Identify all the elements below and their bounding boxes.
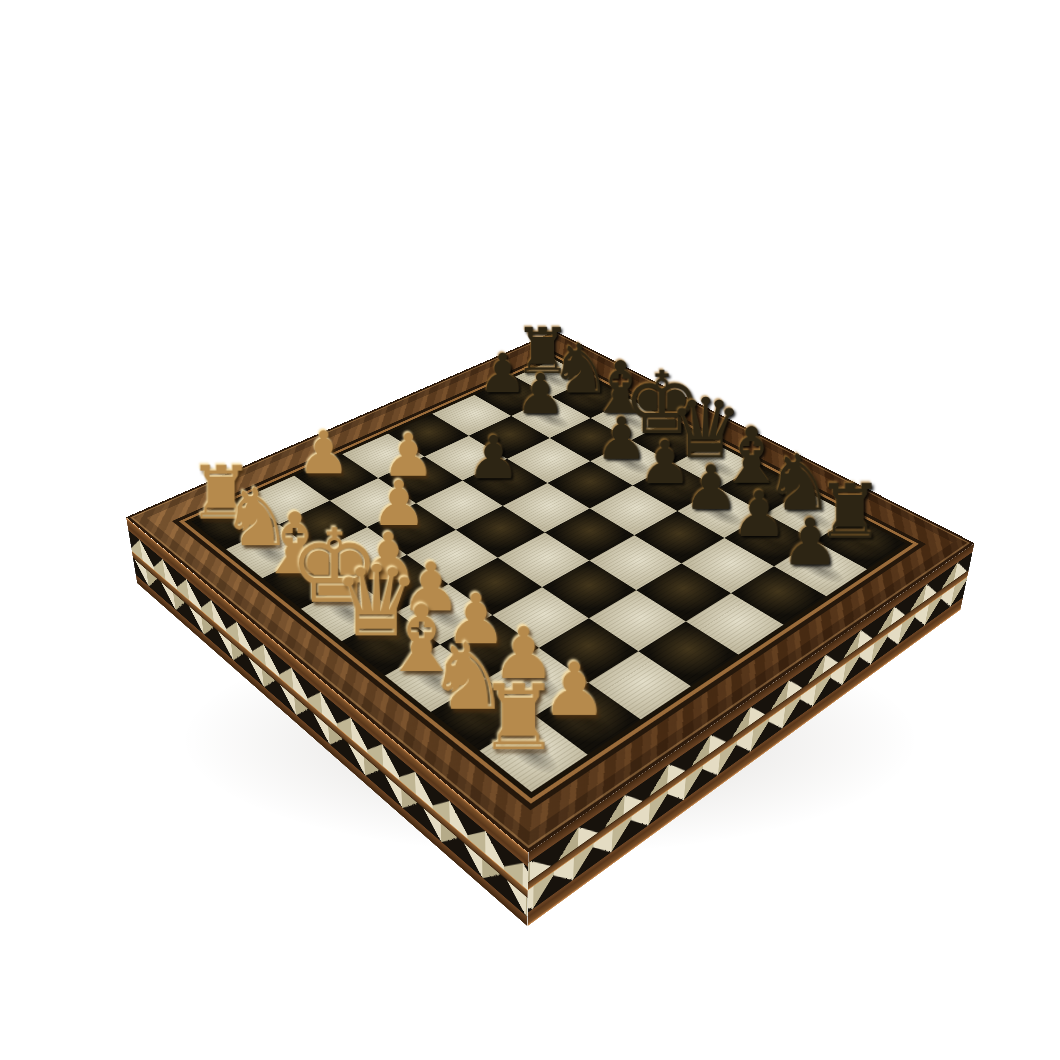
chess-set-3d: ♜♞♝♚♛♝♞♜♟♟♟♟♟♟♟♟♟♟♟♟♟♟♟♟♜♞♝♚♛♝♞♜: [126, 331, 974, 853]
piece-glyph: ♜: [479, 671, 560, 762]
board-frame: ♜♞♝♚♛♝♞♜♟♟♟♟♟♟♟♟♟♟♟♟♟♟♟♟♜♞♝♚♛♝♞♜: [126, 331, 974, 853]
piece-glyph: ♟: [781, 510, 839, 575]
scene: ♜♞♝♚♛♝♞♜♟♟♟♟♟♟♟♟♟♟♟♟♟♟♟♟♜♞♝♚♛♝♞♜: [0, 0, 1060, 1060]
